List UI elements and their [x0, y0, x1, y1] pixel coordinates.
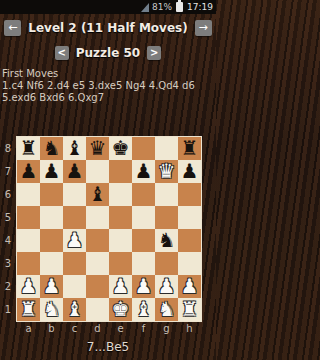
- file-label-b: b: [40, 323, 63, 335]
- square-c4[interactable]: ♟: [63, 229, 86, 252]
- black-rook[interactable]: ♜: [20, 137, 38, 160]
- square-h1[interactable]: ♜: [178, 298, 201, 321]
- black-rook[interactable]: ♜: [181, 137, 199, 160]
- square-b8[interactable]: ♞: [40, 137, 63, 160]
- square-h5[interactable]: [178, 206, 201, 229]
- square-d2[interactable]: [86, 275, 109, 298]
- white-queen[interactable]: ♛: [158, 160, 176, 183]
- rank-label-1: 1: [0, 298, 16, 321]
- square-c5[interactable]: [63, 206, 86, 229]
- white-knight[interactable]: ♞: [43, 298, 61, 321]
- square-h6[interactable]: [178, 183, 201, 206]
- rank-label-8: 8: [0, 137, 16, 160]
- black-bishop[interactable]: ♝: [66, 137, 84, 160]
- square-e3[interactable]: [109, 252, 132, 275]
- square-b5[interactable]: [40, 206, 63, 229]
- square-b4[interactable]: [40, 229, 63, 252]
- file-label-g: g: [155, 323, 178, 335]
- square-b1[interactable]: ♞: [40, 298, 63, 321]
- square-a8[interactable]: ♜: [17, 137, 40, 160]
- file-label-c: c: [63, 323, 86, 335]
- black-pawn[interactable]: ♟: [66, 160, 84, 183]
- square-e6[interactable]: [109, 183, 132, 206]
- square-d5[interactable]: [86, 206, 109, 229]
- status-bar: 81% 17:19: [0, 0, 216, 14]
- white-pawn[interactable]: ♟: [43, 275, 61, 298]
- square-a3[interactable]: [17, 252, 40, 275]
- board-section: 87654321 ♜♞♝♛♚♜♟♟♟♟♛♟♝♟♞♟♟♟♟♟♟♜♞♝♚♝♞♜: [0, 136, 216, 322]
- white-rook[interactable]: ♜: [181, 298, 199, 321]
- square-d3[interactable]: [86, 252, 109, 275]
- white-pawn[interactable]: ♟: [66, 229, 84, 252]
- black-pawn[interactable]: ♟: [181, 160, 199, 183]
- square-a1[interactable]: ♜: [17, 298, 40, 321]
- rank-label-2: 2: [0, 275, 16, 298]
- first-moves-label: First Moves: [2, 67, 214, 80]
- white-pawn[interactable]: ♟: [135, 275, 153, 298]
- square-b3[interactable]: [40, 252, 63, 275]
- square-d6[interactable]: ♝: [86, 183, 109, 206]
- square-e1[interactable]: ♚: [109, 298, 132, 321]
- square-a7[interactable]: ♟: [17, 160, 40, 183]
- black-knight[interactable]: ♞: [43, 137, 61, 160]
- level-nav: ← Level 2 (11 Half Moves) →: [0, 19, 216, 36]
- puzzle-title: Puzzle 50: [76, 46, 140, 60]
- file-label-f: f: [132, 323, 155, 335]
- file-labels: abcdefgh: [17, 323, 201, 335]
- square-c8[interactable]: ♝: [63, 137, 86, 160]
- white-bishop[interactable]: ♝: [66, 298, 84, 321]
- square-f6[interactable]: [132, 183, 155, 206]
- square-h7[interactable]: ♟: [178, 160, 201, 183]
- file-label-d: d: [86, 323, 109, 335]
- black-pawn[interactable]: ♟: [135, 160, 153, 183]
- square-g8[interactable]: [155, 137, 178, 160]
- square-g3[interactable]: [155, 252, 178, 275]
- rank-label-5: 5: [0, 206, 16, 229]
- square-c1[interactable]: ♝: [63, 298, 86, 321]
- rank-label-3: 3: [0, 252, 16, 275]
- square-h4[interactable]: [178, 229, 201, 252]
- white-knight[interactable]: ♞: [158, 298, 176, 321]
- square-a5[interactable]: [17, 206, 40, 229]
- square-e5[interactable]: [109, 206, 132, 229]
- file-label-e: e: [109, 323, 132, 335]
- square-g6[interactable]: [155, 183, 178, 206]
- white-king[interactable]: ♚: [112, 298, 130, 321]
- puzzle-nav: < Puzzle 50 >: [0, 45, 216, 60]
- level-next-button[interactable]: →: [195, 20, 212, 36]
- rank-label-7: 7: [0, 160, 16, 183]
- black-queen[interactable]: ♛: [89, 137, 107, 160]
- black-pawn[interactable]: ♟: [43, 160, 61, 183]
- square-f5[interactable]: [132, 206, 155, 229]
- black-bishop[interactable]: ♝: [89, 183, 107, 206]
- square-h3[interactable]: [178, 252, 201, 275]
- square-f3[interactable]: [132, 252, 155, 275]
- square-d8[interactable]: ♛: [86, 137, 109, 160]
- rank-label-6: 6: [0, 183, 16, 206]
- white-pawn[interactable]: ♟: [181, 275, 199, 298]
- battery-icon: [176, 2, 183, 12]
- square-g5[interactable]: [155, 206, 178, 229]
- battery-percent: 81%: [152, 2, 172, 12]
- puzzle-next-button[interactable]: >: [147, 46, 161, 60]
- square-c3[interactable]: [63, 252, 86, 275]
- white-pawn[interactable]: ♟: [20, 275, 38, 298]
- square-f1[interactable]: ♝: [132, 298, 155, 321]
- square-a4[interactable]: [17, 229, 40, 252]
- square-f2[interactable]: ♟: [132, 275, 155, 298]
- square-f7[interactable]: ♟: [132, 160, 155, 183]
- square-f4[interactable]: [132, 229, 155, 252]
- black-pawn[interactable]: ♟: [20, 160, 38, 183]
- signal-icon: [141, 3, 149, 12]
- level-title: Level 2 (11 Half Moves): [28, 21, 187, 35]
- black-knight[interactable]: ♞: [158, 229, 176, 252]
- square-c2[interactable]: [63, 275, 86, 298]
- white-rook[interactable]: ♜: [20, 298, 38, 321]
- square-e2[interactable]: ♟: [109, 275, 132, 298]
- black-king[interactable]: ♚: [112, 137, 130, 160]
- puzzle-prev-button[interactable]: <: [55, 46, 69, 60]
- square-e8[interactable]: ♚: [109, 137, 132, 160]
- white-pawn[interactable]: ♟: [158, 275, 176, 298]
- square-b6[interactable]: [40, 183, 63, 206]
- square-a2[interactable]: ♟: [17, 275, 40, 298]
- square-a6[interactable]: [17, 183, 40, 206]
- square-b2[interactable]: ♟: [40, 275, 63, 298]
- square-f8[interactable]: [132, 137, 155, 160]
- level-prev-button[interactable]: ←: [4, 20, 21, 36]
- file-label-a: a: [17, 323, 40, 335]
- square-e4[interactable]: [109, 229, 132, 252]
- next-move-hint: 7...Be5: [0, 340, 216, 354]
- square-c6[interactable]: [63, 183, 86, 206]
- clock: 17:19: [187, 2, 213, 12]
- square-d4[interactable]: [86, 229, 109, 252]
- rank-labels: 87654321: [0, 136, 16, 322]
- square-d1[interactable]: [86, 298, 109, 321]
- square-h2[interactable]: ♟: [178, 275, 201, 298]
- square-g4[interactable]: ♞: [155, 229, 178, 252]
- file-label-h: h: [178, 323, 201, 335]
- square-g7[interactable]: ♛: [155, 160, 178, 183]
- white-bishop[interactable]: ♝: [135, 298, 153, 321]
- square-g1[interactable]: ♞: [155, 298, 178, 321]
- square-b7[interactable]: ♟: [40, 160, 63, 183]
- chess-board: ♜♞♝♛♚♜♟♟♟♟♛♟♝♟♞♟♟♟♟♟♟♜♞♝♚♝♞♜: [16, 136, 202, 322]
- square-g2[interactable]: ♟: [155, 275, 178, 298]
- first-moves-block: First Moves 1.c4 Nf6 2.d4 e5 3.dxe5 Ng4 …: [0, 67, 216, 104]
- square-e7[interactable]: [109, 160, 132, 183]
- moves-text: 1.c4 Nf6 2.d4 e5 3.dxe5 Ng4 4.Qd4 d6 5.e…: [2, 80, 214, 104]
- white-pawn[interactable]: ♟: [112, 275, 130, 298]
- square-h8[interactable]: ♜: [178, 137, 201, 160]
- square-c7[interactable]: ♟: [63, 160, 86, 183]
- rank-label-4: 4: [0, 229, 16, 252]
- square-d7[interactable]: [86, 160, 109, 183]
